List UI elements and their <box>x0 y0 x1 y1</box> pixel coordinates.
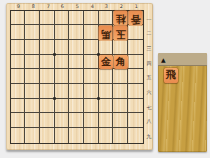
board-square[interactable] <box>11 99 26 114</box>
shogi-board: 香桂玉馬角金 987654321 一二三四五六七八九 <box>6 3 153 150</box>
board-square[interactable] <box>113 40 128 55</box>
board-square[interactable] <box>11 84 26 99</box>
rank-label: 九 <box>145 133 153 138</box>
board-square[interactable] <box>55 113 70 128</box>
file-label: 7 <box>42 4 54 9</box>
piece-gote-promoted-bishop[interactable]: 馬 <box>99 26 113 41</box>
rank-label: 二 <box>145 31 153 36</box>
board-square[interactable] <box>25 25 40 40</box>
board-square[interactable] <box>69 128 84 143</box>
board-square[interactable] <box>99 11 114 26</box>
board-square[interactable] <box>99 128 114 143</box>
file-label: 5 <box>71 4 83 9</box>
board-square[interactable] <box>55 69 70 84</box>
board-square[interactable] <box>11 128 26 143</box>
rank-label: 七 <box>145 104 153 109</box>
shogi-diagram: 香桂玉馬角金 987654321 一二三四五六七八九 ▲ 飛 <box>0 0 210 158</box>
piece-gote-king[interactable]: 玉 <box>114 26 128 41</box>
board-square[interactable] <box>128 84 143 99</box>
board-square[interactable] <box>55 25 70 40</box>
file-label: 3 <box>101 4 113 9</box>
board-square[interactable] <box>84 55 99 70</box>
piece-gote-lance[interactable]: 香 <box>129 11 143 26</box>
board-square[interactable] <box>40 99 55 114</box>
board-square[interactable] <box>69 11 84 26</box>
board-square[interactable] <box>69 99 84 114</box>
board-square[interactable] <box>113 99 128 114</box>
board-square[interactable] <box>128 113 143 128</box>
sente-hand-area: 飛 <box>158 65 207 152</box>
board-square[interactable] <box>40 113 55 128</box>
board-square[interactable] <box>99 40 114 55</box>
board-square[interactable] <box>113 84 128 99</box>
board-square[interactable] <box>99 84 114 99</box>
board-square[interactable] <box>128 40 143 55</box>
file-label: 8 <box>27 4 39 9</box>
file-label: 9 <box>13 4 25 9</box>
board-square[interactable] <box>11 55 26 70</box>
board-square[interactable] <box>84 25 99 40</box>
board-square[interactable] <box>128 25 143 40</box>
board-square[interactable] <box>55 40 70 55</box>
board-square[interactable] <box>40 128 55 143</box>
board-square[interactable] <box>11 25 26 40</box>
board-square[interactable] <box>99 69 114 84</box>
board-square[interactable] <box>55 55 70 70</box>
rank-label: 八 <box>145 119 153 124</box>
rank-label: 一 <box>145 16 153 21</box>
board-square[interactable] <box>25 84 40 99</box>
board-square[interactable] <box>11 113 26 128</box>
board-square[interactable] <box>128 55 143 70</box>
file-label: 2 <box>115 4 127 9</box>
board-square[interactable] <box>113 113 128 128</box>
board-square[interactable] <box>25 69 40 84</box>
board-square[interactable] <box>25 99 40 114</box>
board-square[interactable] <box>69 84 84 99</box>
komadai-sente: ▲ 飛 <box>158 53 207 152</box>
board-square[interactable] <box>40 69 55 84</box>
rank-label: 五 <box>145 75 153 80</box>
board-square[interactable] <box>128 99 143 114</box>
board-square[interactable] <box>25 11 40 26</box>
board-square[interactable] <box>84 113 99 128</box>
file-label: 1 <box>130 4 142 9</box>
board-square[interactable] <box>25 113 40 128</box>
board-square[interactable] <box>40 55 55 70</box>
rank-label: 六 <box>145 89 153 94</box>
rank-label: 三 <box>145 45 153 50</box>
board-square[interactable] <box>99 113 114 128</box>
board-square[interactable] <box>55 11 70 26</box>
sente-marker-icon: ▲ <box>161 56 166 63</box>
board-square[interactable] <box>113 69 128 84</box>
board-square[interactable] <box>11 40 26 55</box>
board-square[interactable] <box>40 11 55 26</box>
board-square[interactable] <box>84 128 99 143</box>
board-square[interactable] <box>40 25 55 40</box>
file-label: 6 <box>57 4 69 9</box>
board-square[interactable] <box>69 25 84 40</box>
board-square[interactable] <box>84 99 99 114</box>
board-square[interactable] <box>69 40 84 55</box>
rank-label: 四 <box>145 60 153 65</box>
board-square[interactable] <box>69 55 84 70</box>
board-square[interactable] <box>11 11 26 26</box>
board-square[interactable] <box>113 128 128 143</box>
file-label: 4 <box>86 4 98 9</box>
board-square[interactable] <box>84 69 99 84</box>
hand-piece-rook[interactable]: 飛 <box>164 68 178 83</box>
board-square[interactable] <box>69 113 84 128</box>
board-square[interactable] <box>69 69 84 84</box>
piece-gote-knight[interactable]: 桂 <box>114 11 128 26</box>
piece-sente-gold[interactable]: 金 <box>99 55 113 70</box>
board-square[interactable] <box>25 40 40 55</box>
board-square[interactable] <box>55 128 70 143</box>
board-square[interactable] <box>25 55 40 70</box>
board-square[interactable] <box>84 11 99 26</box>
board-square[interactable] <box>55 84 70 99</box>
piece-sente-bishop[interactable]: 角 <box>114 55 128 70</box>
board-square[interactable] <box>25 128 40 143</box>
board-square[interactable] <box>55 99 70 114</box>
board-square[interactable] <box>11 69 26 84</box>
board-square[interactable] <box>128 69 143 84</box>
board-grid: 香桂玉馬角金 <box>10 10 144 144</box>
board-square[interactable] <box>99 99 114 114</box>
board-square[interactable] <box>128 128 143 143</box>
